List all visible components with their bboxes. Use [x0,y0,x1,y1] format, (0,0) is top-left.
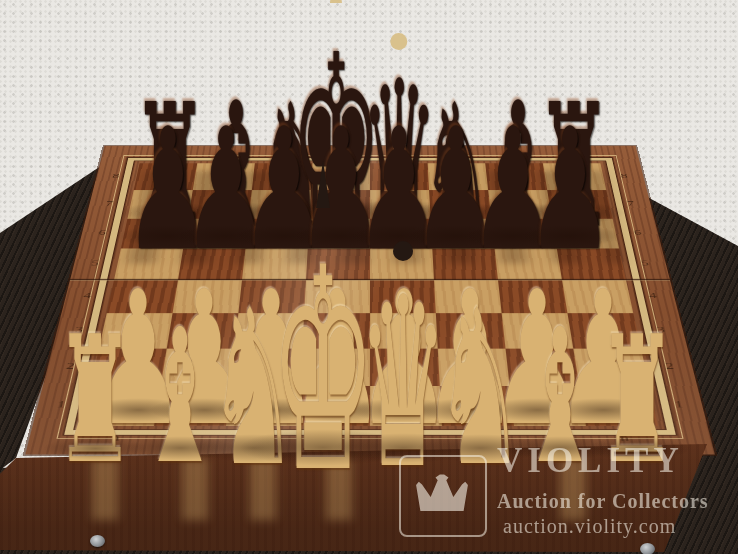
white-queen-finial [393,241,413,261]
piece-glyph: ♝ [519,305,602,490]
piece-glyph: ♟ [526,106,613,274]
piece-glyph: ♜ [54,313,136,488]
rank-label-left-6: 6 [85,229,120,237]
black-king-finial [330,0,342,3]
piece-glyph: ♞ [435,281,526,496]
hinge-screw-left [90,535,105,547]
rank-label-right-6: 6 [620,229,655,237]
piece-glyph: ♜ [596,313,678,488]
chess-set-photo: 1122334455667788abcdefgh ♜♝♞♚♛♞♝♜♟♟♟♟♟♟♟… [0,0,738,554]
hinge-screw-right [640,543,655,554]
